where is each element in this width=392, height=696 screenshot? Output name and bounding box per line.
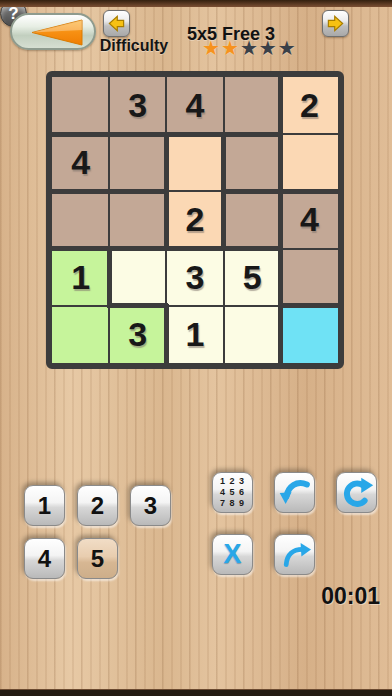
grid-line-vertical — [108, 304, 110, 365]
grid-line-horizontal — [222, 132, 283, 137]
grid-line-vertical — [165, 247, 167, 308]
board-cell-r5c4[interactable] — [224, 306, 281, 363]
grid-line-horizontal — [50, 132, 111, 137]
notes-123-icon: 1 2 3 4 5 6 7 8 9 — [220, 476, 245, 509]
board-cell-r5c2[interactable]: 3 — [109, 306, 166, 363]
arrow-right-icon — [326, 14, 345, 33]
difficulty-prev-button[interactable] — [103, 10, 130, 37]
board-cell-r4c3[interactable]: 3 — [166, 249, 223, 306]
hint-button[interactable] — [274, 534, 315, 575]
grid-line-vertical — [164, 304, 169, 365]
grid-line-vertical — [107, 247, 112, 308]
redo-button[interactable] — [336, 472, 377, 513]
board-cell-r5c3[interactable]: 1 — [166, 306, 223, 363]
grid-line-horizontal — [222, 189, 283, 194]
grid-line-vertical — [278, 304, 283, 365]
board-cell-r2c1[interactable]: 4 — [52, 134, 109, 191]
grid-line-vertical — [223, 75, 225, 136]
grid-line-vertical — [278, 132, 283, 193]
board-grid: 34242413531 — [52, 77, 338, 363]
board-cell-r3c1[interactable] — [52, 191, 109, 248]
grid-line-horizontal — [222, 305, 283, 307]
board-cell-r4c1[interactable]: 1 — [52, 249, 109, 306]
star-filled-icon: ★ — [221, 38, 239, 58]
grid-line-vertical — [108, 132, 110, 193]
delete-button[interactable]: X — [212, 534, 253, 575]
undo-arrow-icon — [278, 476, 312, 510]
grid-line-vertical — [221, 132, 226, 193]
grid-line-horizontal — [107, 303, 168, 308]
grid-line-vertical — [223, 304, 225, 365]
star-empty-icon: ★ — [259, 38, 277, 58]
grid-line-vertical — [164, 189, 169, 250]
difficulty-next-button[interactable] — [322, 10, 349, 37]
board-cell-r3c5[interactable]: 4 — [281, 191, 338, 248]
board-cell-r4c4[interactable]: 5 — [224, 249, 281, 306]
grid-line-horizontal — [107, 246, 168, 251]
grid-line-horizontal — [164, 246, 225, 251]
grid-line-horizontal — [279, 133, 340, 135]
grid-line-horizontal — [50, 305, 111, 307]
difficulty-stars: ★★★★★ — [202, 38, 312, 58]
grid-line-vertical — [278, 75, 283, 136]
board-cell-r4c5[interactable] — [281, 249, 338, 306]
grid-line-vertical — [108, 75, 110, 136]
grid-line-horizontal — [164, 132, 225, 137]
grid-line-vertical — [221, 189, 226, 250]
grid-line-horizontal — [50, 189, 111, 194]
board-cell-r2c5[interactable] — [281, 134, 338, 191]
top-wood-edge — [0, 0, 392, 7]
board-cell-r3c3[interactable]: 2 — [166, 191, 223, 248]
grid-line-vertical — [164, 132, 169, 193]
board-cell-r5c1[interactable] — [52, 306, 109, 363]
x-delete-icon: X — [223, 539, 241, 570]
board-cell-r3c2[interactable] — [109, 191, 166, 248]
grid-line-vertical — [165, 75, 167, 136]
board-cell-r1c1[interactable] — [52, 77, 109, 134]
grid-line-horizontal — [164, 190, 225, 192]
board-cell-r1c5[interactable]: 2 — [281, 77, 338, 134]
digit-button-4[interactable]: 4 — [24, 538, 65, 579]
grid-line-vertical — [108, 189, 110, 250]
arrow-left-icon — [107, 14, 126, 33]
grid-line-horizontal — [279, 248, 340, 250]
notes-button[interactable]: 1 2 3 4 5 6 7 8 9 — [212, 472, 253, 513]
grid-line-horizontal — [107, 132, 168, 137]
board-cell-r2c4[interactable] — [224, 134, 281, 191]
star-empty-icon: ★ — [278, 38, 296, 58]
game-timer: 00:01 — [321, 583, 380, 610]
grid-line-horizontal — [222, 246, 283, 251]
digit-button-3[interactable]: 3 — [130, 485, 171, 526]
hint-arrow-icon — [279, 539, 311, 571]
digit-button-5[interactable]: 5 — [77, 538, 118, 579]
sudoku-board: 34242413531 — [46, 71, 344, 369]
grid-line-horizontal — [279, 303, 340, 308]
grid-line-vertical — [278, 189, 283, 250]
board-cell-r1c3[interactable]: 4 — [166, 77, 223, 134]
digit-button-1[interactable]: 1 — [24, 485, 65, 526]
board-cell-r1c4[interactable] — [224, 77, 281, 134]
board-cell-r2c3[interactable] — [166, 134, 223, 191]
grid-line-horizontal — [107, 189, 168, 194]
undo-button[interactable] — [274, 472, 315, 513]
board-cell-r4c2[interactable] — [109, 249, 166, 306]
grid-line-vertical — [278, 247, 283, 308]
grid-line-horizontal — [164, 305, 225, 307]
star-filled-icon: ★ — [202, 38, 220, 58]
digit-button-2[interactable]: 2 — [77, 485, 118, 526]
board-cell-r5c5[interactable] — [281, 306, 338, 363]
bottom-wood-edge — [0, 689, 392, 696]
star-empty-icon: ★ — [240, 38, 258, 58]
board-cell-r2c2[interactable] — [109, 134, 166, 191]
board-cell-r1c2[interactable]: 3 — [109, 77, 166, 134]
grid-line-horizontal — [50, 246, 111, 251]
grid-line-vertical — [223, 247, 225, 308]
redo-arrow-icon — [340, 476, 374, 510]
grid-line-horizontal — [279, 189, 340, 194]
board-cell-r3c4[interactable] — [224, 191, 281, 248]
